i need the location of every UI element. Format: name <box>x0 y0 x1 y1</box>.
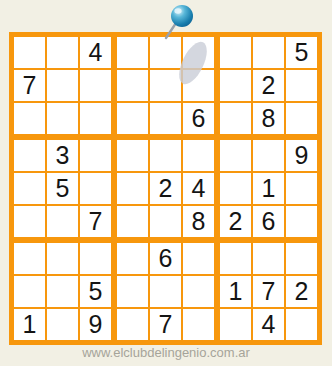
cell-r6c9[interactable] <box>286 206 317 237</box>
cell-r5c1[interactable] <box>14 173 45 204</box>
cell-r3c5[interactable] <box>150 103 181 134</box>
box-separator <box>113 37 115 68</box>
cell-r4c6[interactable] <box>183 140 214 171</box>
cell-r2c4[interactable] <box>117 70 148 101</box>
cell-r1c1[interactable] <box>14 37 45 68</box>
cell-r7c6[interactable] <box>183 243 214 274</box>
cell-r8c8[interactable]: 7 <box>253 276 284 307</box>
box-separator <box>216 136 218 138</box>
cell-r5c5[interactable]: 2 <box>150 173 181 204</box>
cell-r9c9[interactable] <box>286 309 317 340</box>
cell-r5c6[interactable]: 4 <box>183 173 214 204</box>
cell-r5c3[interactable] <box>80 173 111 204</box>
box-separator <box>216 309 218 340</box>
box-separator <box>216 206 218 237</box>
cell-r5c7[interactable] <box>220 173 251 204</box>
cell-r6c1[interactable] <box>14 206 45 237</box>
pin-head <box>171 5 193 27</box>
box-separator <box>150 136 181 138</box>
box-separator <box>113 103 115 134</box>
box-separator <box>113 173 115 204</box>
box-separator <box>113 243 115 274</box>
box-separator <box>47 136 78 138</box>
box-separator <box>216 37 218 68</box>
cell-r1c3[interactable]: 4 <box>80 37 111 68</box>
cell-r3c8[interactable]: 8 <box>253 103 284 134</box>
cell-r9c7[interactable] <box>220 309 251 340</box>
cell-r2c6[interactable] <box>183 70 214 101</box>
cell-r4c9[interactable]: 9 <box>286 140 317 171</box>
box-separator <box>113 140 115 171</box>
cell-r1c6[interactable] <box>183 37 214 68</box>
cell-r7c8[interactable] <box>253 243 284 274</box>
cell-r4c3[interactable] <box>80 140 111 171</box>
cell-r1c9[interactable]: 5 <box>286 37 317 68</box>
cell-r8c9[interactable]: 2 <box>286 276 317 307</box>
box-separator <box>216 70 218 101</box>
cell-r2c5[interactable] <box>150 70 181 101</box>
box-separator <box>216 276 218 307</box>
cell-r9c5[interactable]: 7 <box>150 309 181 340</box>
box-separator <box>47 239 78 241</box>
cell-r6c2[interactable] <box>47 206 78 237</box>
sudoku-board: 4572683952417826651721974 <box>9 32 322 345</box>
box-separator <box>216 239 218 241</box>
cell-r9c6[interactable] <box>183 309 214 340</box>
box-separator <box>150 239 181 241</box>
box-separator <box>253 136 284 138</box>
cell-r6c7[interactable]: 2 <box>220 206 251 237</box>
cell-r2c3[interactable] <box>80 70 111 101</box>
cell-r1c4[interactable] <box>117 37 148 68</box>
cell-r8c7[interactable]: 1 <box>220 276 251 307</box>
cell-r2c7[interactable] <box>220 70 251 101</box>
box-separator <box>113 206 115 237</box>
box-separator <box>80 136 111 138</box>
cell-r8c2[interactable] <box>47 276 78 307</box>
box-separator <box>113 136 115 138</box>
cell-r3c6[interactable]: 6 <box>183 103 214 134</box>
cell-r1c2[interactable] <box>47 37 78 68</box>
box-separator <box>117 239 148 241</box>
box-separator <box>253 239 284 241</box>
box-separator <box>216 140 218 171</box>
cell-r4c2[interactable]: 3 <box>47 140 78 171</box>
cell-r1c7[interactable] <box>220 37 251 68</box>
cell-r7c9[interactable] <box>286 243 317 274</box>
cell-r1c8[interactable] <box>253 37 284 68</box>
box-separator <box>14 239 45 241</box>
cell-r5c8[interactable]: 1 <box>253 173 284 204</box>
cell-r7c5[interactable]: 6 <box>150 243 181 274</box>
cell-r4c7[interactable] <box>220 140 251 171</box>
cell-r6c3[interactable]: 7 <box>80 206 111 237</box>
cell-r5c9[interactable] <box>286 173 317 204</box>
box-separator <box>113 239 115 241</box>
cell-r2c8[interactable]: 2 <box>253 70 284 101</box>
box-separator <box>216 243 218 274</box>
footer-url: www.elclubdelingenio.com.ar <box>0 346 332 360</box>
cell-r4c4[interactable] <box>117 140 148 171</box>
cell-r2c9[interactable] <box>286 70 317 101</box>
cell-r7c7[interactable] <box>220 243 251 274</box>
cell-r5c4[interactable] <box>117 173 148 204</box>
cell-r7c4[interactable] <box>117 243 148 274</box>
cell-r6c4[interactable] <box>117 206 148 237</box>
cell-r3c7[interactable] <box>220 103 251 134</box>
box-separator <box>117 136 148 138</box>
cell-r7c3[interactable] <box>80 243 111 274</box>
cell-r6c8[interactable]: 6 <box>253 206 284 237</box>
box-separator <box>216 173 218 204</box>
cell-r4c1[interactable] <box>14 140 45 171</box>
cell-r9c4[interactable] <box>117 309 148 340</box>
cell-r3c2[interactable] <box>47 103 78 134</box>
cell-r8c3[interactable]: 5 <box>80 276 111 307</box>
cell-r3c3[interactable] <box>80 103 111 134</box>
cell-r5c2[interactable]: 5 <box>47 173 78 204</box>
cell-r9c3[interactable]: 9 <box>80 309 111 340</box>
box-separator <box>220 239 251 241</box>
box-separator <box>216 103 218 134</box>
cell-r3c4[interactable] <box>117 103 148 134</box>
box-separator <box>113 309 115 340</box>
cell-r9c1[interactable]: 1 <box>14 309 45 340</box>
box-separator <box>286 239 317 241</box>
cell-r4c8[interactable] <box>253 140 284 171</box>
cell-r3c1[interactable] <box>14 103 45 134</box>
cell-r9c2[interactable] <box>47 309 78 340</box>
box-separator <box>80 239 111 241</box>
cell-r6c5[interactable] <box>150 206 181 237</box>
box-separator <box>113 70 115 101</box>
box-separator <box>183 239 214 241</box>
cell-r6c6[interactable]: 8 <box>183 206 214 237</box>
cell-r4c5[interactable] <box>150 140 181 171</box>
cell-r8c6[interactable] <box>183 276 214 307</box>
cell-r8c4[interactable] <box>117 276 148 307</box>
cell-r2c1[interactable]: 7 <box>14 70 45 101</box>
box-separator <box>220 136 251 138</box>
cell-r2c2[interactable] <box>47 70 78 101</box>
box-separator <box>14 136 45 138</box>
cell-r7c2[interactable] <box>47 243 78 274</box>
cell-r9c8[interactable]: 4 <box>253 309 284 340</box>
box-separator <box>113 276 115 307</box>
box-separator <box>183 136 214 138</box>
cell-r8c5[interactable] <box>150 276 181 307</box>
cell-r1c5[interactable] <box>150 37 181 68</box>
pin-head-highlight <box>174 8 181 14</box>
box-separator <box>286 136 317 138</box>
cell-r3c9[interactable] <box>286 103 317 134</box>
cell-r7c1[interactable] <box>14 243 45 274</box>
cell-r8c1[interactable] <box>14 276 45 307</box>
